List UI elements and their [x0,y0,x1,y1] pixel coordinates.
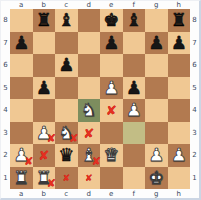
square-c8[interactable]: ♝ [55,9,78,32]
square-d5[interactable] [78,77,101,100]
file-label-bottom-e: e [100,189,123,199]
square-c7[interactable] [55,32,78,55]
square-e4[interactable]: ✘ [100,99,123,122]
file-label-top-f: f [123,1,146,9]
square-h2[interactable]: ♟ [168,144,191,167]
file-label-top-g: g [145,1,168,9]
piece-black-pawn-e7[interactable]: ♟ [103,34,119,52]
chess-board[interactable]: ♜♝♚♝♜♟♟♟♟♟♟♟♟♞✘♟♟✘♞✘✘♟✘✘♛♝✘♛♟♟♜♜✘✘✘♚ [10,9,190,189]
square-b5[interactable]: ♟ [33,77,56,100]
file-label-top-h: h [168,1,191,9]
square-d4[interactable]: ♞ [78,99,101,122]
piece-white-queen-e2[interactable]: ♛ [103,146,119,164]
square-e2[interactable]: ♛ [100,144,123,167]
square-a8[interactable] [10,9,33,32]
attack-marker-c1: ✘ [62,173,70,182]
file-label-top-e: e [100,1,123,9]
piece-white-pawn-a2[interactable]: ♟ [13,146,29,164]
piece-black-bishop-c8[interactable]: ♝ [58,11,74,29]
piece-white-pawn-e5[interactable]: ♟ [103,79,119,97]
rank-label-left-7: 7 [1,32,10,55]
rank-label-right-1: 1 [190,167,199,190]
piece-white-bishop-d2[interactable]: ♝ [81,146,97,164]
square-g7[interactable]: ♟ [145,32,168,55]
file-labels-top: abcdefgh [10,1,190,9]
square-g3[interactable] [145,122,168,145]
rank-label-left-5: 5 [1,77,10,100]
square-g5[interactable] [145,77,168,100]
file-label-top-b: b [33,1,56,9]
square-f4[interactable]: ♟ [123,99,146,122]
chess-app-window: abcdefgh 87654321 ♜♝♚♝♜♟♟♟♟♟♟♟♟♞✘♟♟✘♞✘✘♟… [0,0,201,200]
square-e3[interactable] [100,122,123,145]
square-h3[interactable] [168,122,191,145]
square-g2[interactable]: ♟ [145,144,168,167]
rank-labels-right: 87654321 [190,9,199,189]
square-e6[interactable] [100,54,123,77]
square-a2[interactable]: ♟✘ [10,144,33,167]
piece-black-rook-b8[interactable]: ♜ [36,11,52,29]
rank-label-right-7: 7 [190,32,199,55]
rank-labels-left: 87654321 [1,9,10,189]
piece-white-rook-b1[interactable]: ♜ [36,169,52,187]
square-f6[interactable] [123,54,146,77]
square-d7[interactable] [78,32,101,55]
square-f3[interactable] [123,122,146,145]
rank-label-left-1: 1 [1,167,10,190]
square-h8[interactable]: ♜ [168,9,191,32]
square-b1[interactable]: ♜✘ [33,167,56,190]
piece-black-pawn-g7[interactable]: ♟ [148,34,164,52]
square-a3[interactable] [10,122,33,145]
square-d1[interactable]: ✘ [78,167,101,190]
square-e8[interactable]: ♚ [100,9,123,32]
square-c6[interactable]: ♟ [55,54,78,77]
piece-white-pawn-b3[interactable]: ♟ [36,124,52,142]
piece-white-pawn-f4[interactable]: ♟ [126,101,142,119]
square-c3[interactable]: ♞✘ [55,122,78,145]
square-h5[interactable] [168,77,191,100]
rank-label-left-6: 6 [1,54,10,77]
piece-black-pawn-b5[interactable]: ♟ [36,79,52,97]
square-g6[interactable] [145,54,168,77]
square-c5[interactable] [55,77,78,100]
square-e1[interactable] [100,167,123,190]
square-b3[interactable]: ♟✘ [33,122,56,145]
rank-label-left-8: 8 [1,9,10,32]
file-label-bottom-d: d [78,189,101,199]
square-a4[interactable] [10,99,33,122]
piece-black-pawn-h7[interactable]: ♟ [171,34,187,52]
attack-marker-b2: ✘ [38,149,49,162]
file-label-bottom-a: a [10,189,33,199]
file-label-top-c: c [55,1,78,9]
piece-black-bishop-f8[interactable]: ♝ [126,11,142,29]
square-b7[interactable] [33,32,56,55]
piece-white-king-g1[interactable]: ♚ [148,169,164,187]
file-label-bottom-b: b [33,189,56,199]
square-a7[interactable]: ♟ [10,32,33,55]
square-e5[interactable]: ♟ [100,77,123,100]
file-labels-bottom: abcdefgh [10,189,190,199]
piece-black-pawn-a7[interactable]: ♟ [13,34,29,52]
rank-label-right-3: 3 [190,122,199,145]
file-label-bottom-g: g [145,189,168,199]
square-d6[interactable] [78,54,101,77]
piece-white-rook-a1[interactable]: ♜ [13,169,29,187]
rank-label-right-6: 6 [190,54,199,77]
square-a6[interactable] [10,54,33,77]
square-h6[interactable] [168,54,191,77]
attack-marker-d1: ✘ [85,173,93,182]
piece-black-pawn-c6[interactable]: ♟ [58,56,74,74]
piece-black-king-e8[interactable]: ♚ [103,11,119,29]
square-h4[interactable] [168,99,191,122]
piece-white-pawn-g2[interactable]: ♟ [148,146,164,164]
square-g1[interactable]: ♚ [145,167,168,190]
file-label-bottom-h: h [168,189,191,199]
file-label-top-a: a [10,1,33,9]
square-f5[interactable]: ♟ [123,77,146,100]
square-b8[interactable]: ♜ [33,9,56,32]
file-label-bottom-f: f [123,189,146,199]
square-c1[interactable]: ✘ [55,167,78,190]
piece-black-queen-c2[interactable]: ♛ [58,146,74,164]
file-label-bottom-c: c [55,189,78,199]
rank-label-left-3: 3 [1,122,10,145]
square-b2[interactable]: ✘ [33,144,56,167]
square-b6[interactable] [33,54,56,77]
piece-black-pawn-f5[interactable]: ♟ [126,79,142,97]
square-c2[interactable]: ♛ [55,144,78,167]
square-e7[interactable]: ♟ [100,32,123,55]
square-f2[interactable] [123,144,146,167]
rank-label-right-4: 4 [190,99,199,122]
square-a5[interactable] [10,77,33,100]
piece-white-knight-c3[interactable]: ♞ [58,124,74,142]
piece-black-rook-h8[interactable]: ♜ [171,11,187,29]
square-h7[interactable]: ♟ [168,32,191,55]
attack-marker-e4: ✘ [106,104,117,117]
rank-label-right-2: 2 [190,144,199,167]
square-d2[interactable]: ♝✘ [78,144,101,167]
rank-label-right-5: 5 [190,77,199,100]
square-g8[interactable] [145,9,168,32]
square-h1[interactable] [168,167,191,190]
square-g4[interactable] [145,99,168,122]
piece-white-knight-d4[interactable]: ♞ [81,101,97,119]
piece-white-pawn-h2[interactable]: ♟ [171,146,187,164]
rank-label-left-2: 2 [1,144,10,167]
square-b4[interactable] [33,99,56,122]
square-f7[interactable] [123,32,146,55]
attack-marker-d3: ✘ [83,126,94,139]
square-f8[interactable]: ♝ [123,9,146,32]
file-label-top-d: d [78,1,101,9]
rank-label-left-4: 4 [1,99,10,122]
square-d3[interactable]: ✘ [78,122,101,145]
square-f1[interactable] [123,167,146,190]
square-a1[interactable]: ♜ [10,167,33,190]
square-d8[interactable] [78,9,101,32]
rank-label-right-8: 8 [190,9,199,32]
square-c4[interactable] [55,99,78,122]
